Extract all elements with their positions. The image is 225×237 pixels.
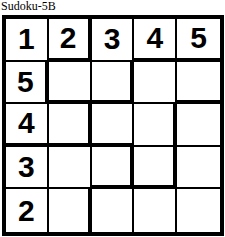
cell-r3c2-empty[interactable] [49,104,92,147]
puzzle-title: Sudoku-5B [1,0,56,13]
cell-r4c5-empty[interactable] [177,147,220,190]
cell-r3c1-given: 4 [6,104,49,147]
cell-r5c5-empty[interactable] [177,189,220,232]
cell-r4c4-empty[interactable] [134,147,177,190]
cell-r2c2-empty[interactable] [49,62,92,105]
cell-r2c3-empty[interactable] [92,62,135,105]
cell-r5c4-empty[interactable] [134,189,177,232]
cell-r2c4-empty[interactable] [134,62,177,105]
sudoku-page: Sudoku-5B 123455432 [0,0,225,237]
cell-r5c2-empty[interactable] [49,189,92,232]
cell-r3c4-empty[interactable] [134,104,177,147]
cell-r3c3-empty[interactable] [92,104,135,147]
cell-r1c3-given: 3 [92,19,135,62]
cell-r1c2-given: 2 [49,19,92,62]
sudoku-board: 123455432 [2,15,224,236]
cell-r4c2-empty[interactable] [49,147,92,190]
cell-r5c3-empty[interactable] [92,189,135,232]
cell-r2c5-empty[interactable] [177,62,220,105]
cell-r2c1-given: 5 [6,62,49,105]
cell-r4c1-given: 3 [6,147,49,190]
cell-r1c5-given: 5 [177,19,220,62]
cell-r5c1-given: 2 [6,189,49,232]
cell-r1c1-given: 1 [6,19,49,62]
cell-r1c4-given: 4 [134,19,177,62]
cell-r4c3-empty[interactable] [92,147,135,190]
cell-r3c5-empty[interactable] [177,104,220,147]
